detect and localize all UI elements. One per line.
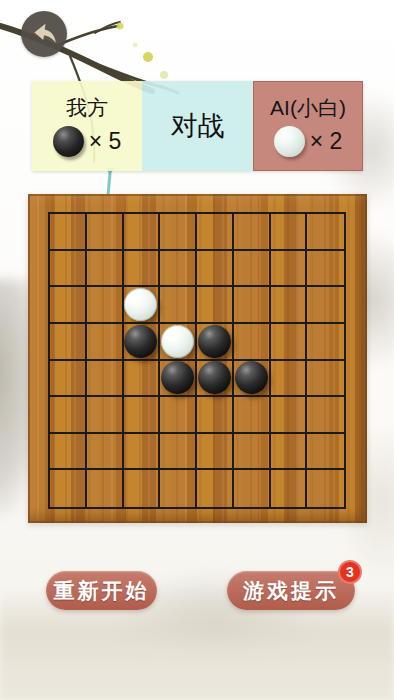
board-cell-h5[interactable]	[307, 361, 344, 398]
board-cell-c1[interactable]	[124, 214, 161, 251]
board-cell-b8[interactable]	[87, 470, 124, 507]
ai-panel: AI(小白) × 2	[253, 81, 363, 171]
black-stone	[235, 361, 268, 394]
board-cell-d1[interactable]	[160, 214, 197, 251]
board-cell-a1[interactable]	[50, 214, 87, 251]
board-cell-a8[interactable]	[50, 470, 87, 507]
board-cell-e2[interactable]	[197, 251, 234, 288]
board-cell-f2[interactable]	[234, 251, 271, 288]
board-cell-g4[interactable]	[271, 324, 308, 361]
white-stone-icon	[274, 126, 305, 157]
board-cell-h4[interactable]	[307, 324, 344, 361]
ai-label: AI(小白)	[270, 95, 346, 120]
player-panel: 我方 × 5	[32, 81, 142, 171]
hint-button-label: 游戏提示	[243, 577, 339, 605]
ai-count: × 2	[310, 128, 343, 155]
board-cell-h1[interactable]	[307, 214, 344, 251]
hint-button[interactable]: 游戏提示 3	[227, 571, 355, 610]
game-screen: 我方 × 5 对战 AI(小白) × 2 重新开始 游戏提示 3	[0, 0, 394, 700]
game-board	[28, 194, 367, 523]
board-cell-a4[interactable]	[50, 324, 87, 361]
board-cell-f5[interactable]	[234, 361, 271, 398]
board-cell-e1[interactable]	[197, 214, 234, 251]
board-cell-h3[interactable]	[307, 287, 344, 324]
board-cell-b2[interactable]	[87, 251, 124, 288]
blossom-icon	[143, 52, 153, 62]
player-count: × 5	[89, 128, 122, 155]
black-stone-icon	[53, 126, 84, 157]
versus-label: 对战	[171, 108, 225, 144]
hint-count-badge: 3	[338, 560, 362, 584]
board-cell-c2[interactable]	[124, 251, 161, 288]
back-arrow-icon	[27, 17, 61, 51]
board-cell-f6[interactable]	[234, 397, 271, 434]
board-cell-d3[interactable]	[160, 287, 197, 324]
board-cell-g5[interactable]	[271, 361, 308, 398]
board-cell-b3[interactable]	[87, 287, 124, 324]
board-cell-f4[interactable]	[234, 324, 271, 361]
board-cell-c5[interactable]	[124, 361, 161, 398]
board-cell-c6[interactable]	[124, 397, 161, 434]
board-cell-c3[interactable]	[124, 287, 161, 324]
board-cell-f8[interactable]	[234, 470, 271, 507]
board-cell-h2[interactable]	[307, 251, 344, 288]
board-grid	[48, 212, 346, 509]
board-cell-c4[interactable]	[124, 324, 161, 361]
black-stone	[161, 361, 194, 394]
board-cell-a3[interactable]	[50, 287, 87, 324]
board-cell-e3[interactable]	[197, 287, 234, 324]
board-cell-g1[interactable]	[271, 214, 308, 251]
board-cell-a5[interactable]	[50, 361, 87, 398]
scoreboard: 我方 × 5 对战 AI(小白) × 2	[32, 81, 363, 171]
versus-panel: 对战	[142, 81, 253, 171]
board-cell-d8[interactable]	[160, 470, 197, 507]
board-cell-h6[interactable]	[307, 397, 344, 434]
board-cell-d2[interactable]	[160, 251, 197, 288]
player-count-row: × 5	[53, 126, 122, 157]
board-cell-a6[interactable]	[50, 397, 87, 434]
board-cell-e4[interactable]	[197, 324, 234, 361]
black-stone	[124, 325, 157, 358]
white-stone	[124, 288, 157, 321]
board-cell-e5[interactable]	[197, 361, 234, 398]
board-cell-d6[interactable]	[160, 397, 197, 434]
board-cell-a2[interactable]	[50, 251, 87, 288]
board-cell-e7[interactable]	[197, 434, 234, 471]
board-cell-b6[interactable]	[87, 397, 124, 434]
back-button[interactable]	[21, 11, 67, 57]
board-cell-b5[interactable]	[87, 361, 124, 398]
board-cell-g6[interactable]	[271, 397, 308, 434]
ai-count-row: × 2	[274, 126, 343, 157]
board-cell-g3[interactable]	[271, 287, 308, 324]
board-cell-e8[interactable]	[197, 470, 234, 507]
board-cell-d7[interactable]	[160, 434, 197, 471]
board-cell-f7[interactable]	[234, 434, 271, 471]
board-cell-g8[interactable]	[271, 470, 308, 507]
board-cell-e6[interactable]	[197, 397, 234, 434]
board-cell-b1[interactable]	[87, 214, 124, 251]
board-cell-h8[interactable]	[307, 470, 344, 507]
board-cell-h7[interactable]	[307, 434, 344, 471]
board-cell-f3[interactable]	[234, 287, 271, 324]
white-stone	[161, 325, 194, 358]
board-cell-b7[interactable]	[87, 434, 124, 471]
player-label: 我方	[66, 95, 108, 120]
board-cell-d4[interactable]	[160, 324, 197, 361]
black-stone	[198, 325, 231, 358]
board-cell-c7[interactable]	[124, 434, 161, 471]
board-cell-g2[interactable]	[271, 251, 308, 288]
board-cell-b4[interactable]	[87, 324, 124, 361]
black-stone	[198, 361, 231, 394]
restart-button[interactable]: 重新开始	[46, 571, 157, 610]
board-cell-f1[interactable]	[234, 214, 271, 251]
board-cell-d5[interactable]	[160, 361, 197, 398]
board-cell-a7[interactable]	[50, 434, 87, 471]
board-cell-g7[interactable]	[271, 434, 308, 471]
board-cell-c8[interactable]	[124, 470, 161, 507]
